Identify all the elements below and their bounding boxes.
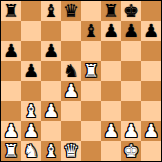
black-pawn[interactable]: ♟ bbox=[123, 21, 139, 41]
square-g8[interactable]: ♚ bbox=[121, 1, 141, 21]
square-h2[interactable]: ♟ bbox=[141, 121, 161, 141]
square-a2[interactable]: ♟ bbox=[1, 121, 21, 141]
square-e6[interactable] bbox=[81, 41, 101, 61]
white-knight[interactable]: ♞ bbox=[23, 141, 39, 161]
square-h7[interactable]: ♟ bbox=[141, 21, 161, 41]
square-a1[interactable]: ♜ bbox=[1, 141, 21, 161]
square-a7[interactable] bbox=[1, 21, 21, 41]
square-e8[interactable] bbox=[81, 1, 101, 21]
square-a3[interactable] bbox=[1, 101, 21, 121]
square-h8[interactable] bbox=[141, 1, 161, 21]
square-f3[interactable] bbox=[101, 101, 121, 121]
white-pawn[interactable]: ♟ bbox=[103, 121, 119, 141]
square-d4[interactable]: ♟ bbox=[61, 81, 81, 101]
white-pawn[interactable]: ♟ bbox=[23, 121, 39, 141]
black-rook[interactable]: ♜ bbox=[103, 1, 119, 21]
white-pawn[interactable]: ♟ bbox=[123, 121, 139, 141]
square-d3[interactable] bbox=[61, 101, 81, 121]
square-f1[interactable] bbox=[101, 141, 121, 161]
square-e1[interactable] bbox=[81, 141, 101, 161]
square-b7[interactable] bbox=[21, 21, 41, 41]
square-g7[interactable]: ♟ bbox=[121, 21, 141, 41]
square-d8[interactable]: ♛ bbox=[61, 1, 81, 21]
square-a8[interactable]: ♜ bbox=[1, 1, 21, 21]
square-a6[interactable]: ♟ bbox=[1, 41, 21, 61]
square-c5[interactable] bbox=[41, 61, 61, 81]
black-pawn[interactable]: ♟ bbox=[143, 21, 159, 41]
square-d2[interactable] bbox=[61, 121, 81, 141]
square-g4[interactable] bbox=[121, 81, 141, 101]
square-f5[interactable] bbox=[101, 61, 121, 81]
square-c7[interactable] bbox=[41, 21, 61, 41]
white-pawn[interactable]: ♟ bbox=[143, 121, 159, 141]
square-h1[interactable] bbox=[141, 141, 161, 161]
white-rook[interactable]: ♜ bbox=[3, 141, 19, 161]
square-e7[interactable]: ♝ bbox=[81, 21, 101, 41]
square-g3[interactable] bbox=[121, 101, 141, 121]
square-h6[interactable] bbox=[141, 41, 161, 61]
square-a4[interactable] bbox=[1, 81, 21, 101]
white-king[interactable]: ♚ bbox=[123, 141, 139, 161]
black-knight[interactable]: ♞ bbox=[63, 61, 79, 81]
white-bishop[interactable]: ♝ bbox=[43, 141, 59, 161]
square-f6[interactable] bbox=[101, 41, 121, 61]
white-rook[interactable]: ♜ bbox=[83, 61, 99, 81]
black-pawn[interactable]: ♟ bbox=[103, 21, 119, 41]
square-b2[interactable]: ♟ bbox=[21, 121, 41, 141]
chess-board: ♜♝♛♜♚♝♟♟♟♟♟♟♞♜♟♝♟♟♟♟♟♟♜♞♝♛♚ bbox=[1, 1, 161, 161]
square-c1[interactable]: ♝ bbox=[41, 141, 61, 161]
square-f4[interactable] bbox=[101, 81, 121, 101]
square-b4[interactable] bbox=[21, 81, 41, 101]
square-c4[interactable] bbox=[41, 81, 61, 101]
square-c3[interactable]: ♟ bbox=[41, 101, 61, 121]
square-e4[interactable] bbox=[81, 81, 101, 101]
black-pawn[interactable]: ♟ bbox=[43, 41, 59, 61]
chess-board-frame: ♜♝♛♜♚♝♟♟♟♟♟♟♞♜♟♝♟♟♟♟♟♟♜♞♝♛♚ bbox=[0, 0, 162, 162]
square-h3[interactable] bbox=[141, 101, 161, 121]
square-g5[interactable] bbox=[121, 61, 141, 81]
square-d1[interactable]: ♛ bbox=[61, 141, 81, 161]
square-d6[interactable] bbox=[61, 41, 81, 61]
square-c6[interactable]: ♟ bbox=[41, 41, 61, 61]
white-pawn[interactable]: ♟ bbox=[63, 81, 79, 101]
black-queen[interactable]: ♛ bbox=[63, 1, 79, 21]
black-pawn[interactable]: ♟ bbox=[3, 41, 19, 61]
square-h5[interactable] bbox=[141, 61, 161, 81]
white-pawn[interactable]: ♟ bbox=[3, 121, 19, 141]
square-c8[interactable]: ♝ bbox=[41, 1, 61, 21]
white-bishop[interactable]: ♝ bbox=[23, 101, 39, 121]
black-bishop[interactable]: ♝ bbox=[83, 21, 99, 41]
square-a5[interactable] bbox=[1, 61, 21, 81]
square-e3[interactable] bbox=[81, 101, 101, 121]
square-e5[interactable]: ♜ bbox=[81, 61, 101, 81]
black-bishop[interactable]: ♝ bbox=[43, 1, 59, 21]
square-d7[interactable] bbox=[61, 21, 81, 41]
white-queen[interactable]: ♛ bbox=[63, 141, 79, 161]
square-g1[interactable]: ♚ bbox=[121, 141, 141, 161]
square-g6[interactable] bbox=[121, 41, 141, 61]
square-f8[interactable]: ♜ bbox=[101, 1, 121, 21]
square-b3[interactable]: ♝ bbox=[21, 101, 41, 121]
black-king[interactable]: ♚ bbox=[123, 1, 139, 21]
black-pawn[interactable]: ♟ bbox=[23, 61, 39, 81]
square-e2[interactable] bbox=[81, 121, 101, 141]
square-f2[interactable]: ♟ bbox=[101, 121, 121, 141]
white-pawn[interactable]: ♟ bbox=[43, 101, 59, 121]
square-d5[interactable]: ♞ bbox=[61, 61, 81, 81]
square-c2[interactable] bbox=[41, 121, 61, 141]
square-h4[interactable] bbox=[141, 81, 161, 101]
black-rook[interactable]: ♜ bbox=[3, 1, 19, 21]
square-b5[interactable]: ♟ bbox=[21, 61, 41, 81]
square-b8[interactable] bbox=[21, 1, 41, 21]
square-f7[interactable]: ♟ bbox=[101, 21, 121, 41]
square-g2[interactable]: ♟ bbox=[121, 121, 141, 141]
square-b6[interactable] bbox=[21, 41, 41, 61]
square-b1[interactable]: ♞ bbox=[21, 141, 41, 161]
